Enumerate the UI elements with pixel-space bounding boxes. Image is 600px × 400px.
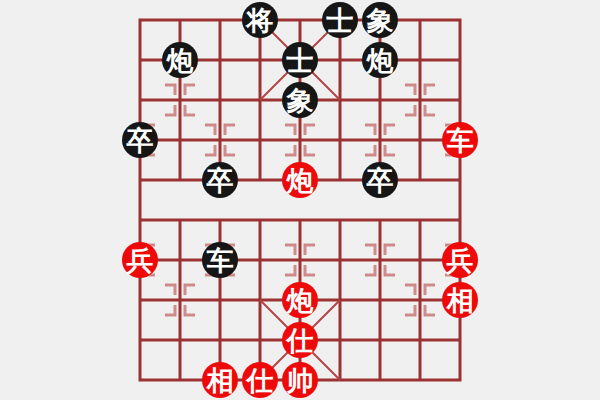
black-cannon[interactable]: 炮 <box>162 42 198 78</box>
red-advisor[interactable]: 仕 <box>242 362 278 398</box>
red-advisor[interactable]: 仕 <box>282 322 318 358</box>
black-advisor[interactable]: 士 <box>282 42 318 78</box>
xiangqi-app: 将士象炮士炮象卒车卒炮卒兵车兵炮相仕相仕帅 <box>0 0 600 400</box>
black-elephant[interactable]: 象 <box>362 2 398 38</box>
black-general[interactable]: 将 <box>242 2 278 38</box>
black-soldier[interactable]: 卒 <box>202 162 238 198</box>
red-general[interactable]: 帅 <box>282 362 318 398</box>
red-elephant[interactable]: 相 <box>442 282 478 318</box>
black-elephant[interactable]: 象 <box>282 82 318 118</box>
xiangqi-board[interactable]: 将士象炮士炮象卒车卒炮卒兵车兵炮相仕相仕帅 <box>140 20 460 380</box>
black-chariot[interactable]: 车 <box>202 242 238 278</box>
red-cannon[interactable]: 炮 <box>282 162 318 198</box>
red-chariot[interactable]: 车 <box>442 122 478 158</box>
black-soldier[interactable]: 卒 <box>362 162 398 198</box>
red-soldier[interactable]: 兵 <box>442 242 478 278</box>
red-soldier[interactable]: 兵 <box>122 242 158 278</box>
black-advisor[interactable]: 士 <box>322 2 358 38</box>
red-cannon[interactable]: 炮 <box>282 282 318 318</box>
red-elephant[interactable]: 相 <box>202 362 238 398</box>
black-cannon[interactable]: 炮 <box>362 42 398 78</box>
black-soldier[interactable]: 卒 <box>122 122 158 158</box>
